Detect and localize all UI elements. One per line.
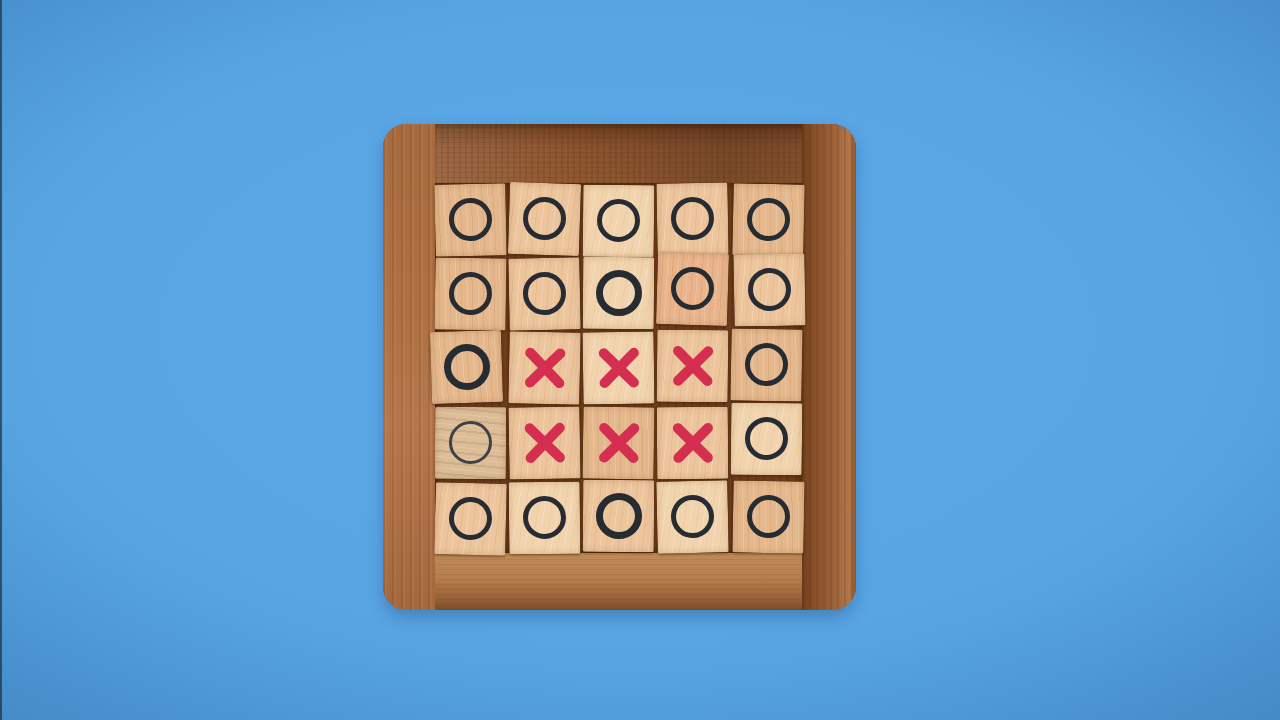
o-mark [670, 266, 714, 310]
o-mark [448, 497, 492, 541]
tile-r1c1-O[interactable] [434, 183, 506, 256]
cell-r2c5 [731, 258, 802, 330]
o-mark [595, 493, 641, 539]
tile-r4c4-X[interactable] [657, 407, 728, 479]
o-mark [523, 271, 567, 315]
tile-r4c2-X[interactable] [508, 406, 580, 479]
x-mark [517, 340, 572, 395]
tile-r5c3-O[interactable] [583, 480, 654, 552]
board-frame-left [383, 124, 435, 610]
o-mark [522, 197, 566, 241]
cell-r4c1 [435, 407, 506, 479]
tile-r3c5-O[interactable] [730, 329, 802, 402]
x-mark [665, 339, 720, 394]
cell-r5c3 [583, 481, 654, 553]
cell-r4c3 [583, 407, 654, 479]
cell-r5c4 [657, 481, 728, 553]
tile-r5c5-O[interactable] [732, 481, 804, 554]
tile-r3c2-X[interactable] [508, 331, 580, 404]
tile-r4c3-X[interactable] [583, 406, 655, 479]
x-mark [665, 415, 719, 469]
board-frame-right [802, 124, 856, 610]
cell-r1c4 [657, 183, 728, 255]
tile-r3c4-X[interactable] [657, 330, 729, 402]
x-mark [517, 415, 572, 470]
cell-r5c5 [731, 481, 802, 553]
tile-r5c1-O[interactable] [434, 483, 507, 556]
o-mark [671, 495, 715, 539]
tile-r1c5-O[interactable] [732, 183, 804, 256]
tile-r3c3-X[interactable] [583, 332, 655, 405]
cell-r1c5 [731, 183, 802, 255]
cell-r1c1 [435, 183, 506, 255]
cell-r3c1 [435, 332, 506, 404]
o-mark [748, 268, 792, 312]
board-well [435, 183, 802, 553]
board-frame-top [435, 124, 802, 183]
tile-r3c1-O[interactable] [430, 330, 503, 404]
cell-r2c2 [509, 258, 580, 330]
tile-r1c4-O[interactable] [656, 182, 728, 255]
tile-r1c3-O[interactable] [583, 185, 655, 257]
o-mark [747, 495, 791, 539]
o-mark [449, 198, 493, 242]
game-board [383, 124, 856, 610]
cell-r4c5 [731, 407, 802, 479]
o-mark [745, 343, 789, 387]
tile-r5c4-O[interactable] [656, 481, 728, 554]
o-mark [443, 343, 490, 390]
tile-r2c5-O[interactable] [733, 253, 805, 326]
cell-r5c2 [509, 481, 580, 553]
board-frame-bottom [435, 553, 802, 610]
tile-r2c2-O[interactable] [508, 257, 580, 330]
cell-r3c5 [731, 332, 802, 404]
board-grid [435, 183, 802, 553]
tile-r2c4-O[interactable] [656, 252, 729, 326]
o-mark [449, 272, 493, 316]
cell-r5c1 [435, 481, 506, 553]
o-mark [523, 496, 566, 539]
tile-r2c1-O[interactable] [435, 257, 507, 330]
x-mark [591, 341, 646, 396]
o-mark [449, 421, 492, 464]
cell-r4c2 [509, 407, 580, 479]
cell-r1c2 [509, 183, 580, 255]
photo-background [0, 0, 1280, 720]
cell-r2c1 [435, 258, 506, 330]
cell-r4c4 [657, 407, 728, 479]
tile-r2c3-O[interactable] [583, 256, 654, 328]
tile-r1c2-O[interactable] [508, 182, 581, 256]
cell-r2c3 [583, 258, 654, 330]
cell-r1c3 [583, 183, 654, 255]
tile-r4c5-O[interactable] [731, 402, 803, 474]
cell-r2c4 [657, 258, 728, 330]
frame-edge-artifact [0, 0, 2, 720]
cell-r3c4 [657, 332, 728, 404]
cell-r3c3 [583, 332, 654, 404]
o-mark [747, 198, 791, 242]
o-mark [745, 417, 788, 460]
o-mark [671, 197, 715, 241]
tile-r4c1-O[interactable] [435, 407, 506, 479]
tile-r5c2-O[interactable] [509, 482, 581, 554]
cell-r3c2 [509, 332, 580, 404]
o-mark [597, 199, 640, 242]
o-mark [595, 269, 641, 315]
x-mark [591, 415, 646, 470]
